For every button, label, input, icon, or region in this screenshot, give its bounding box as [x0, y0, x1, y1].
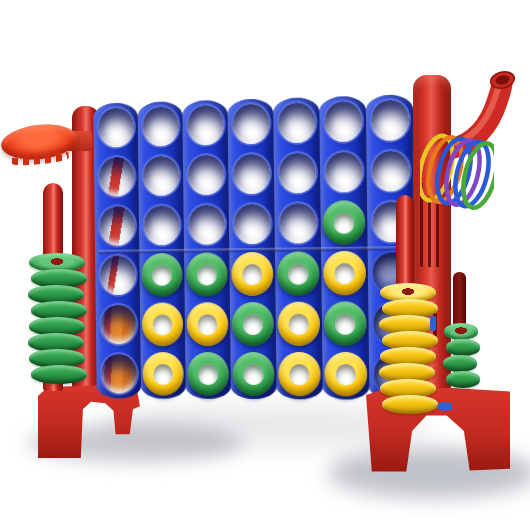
green-ring-disc — [277, 251, 320, 296]
board-cell-c3r4 — [184, 249, 230, 299]
board-cell-c2r3 — [139, 200, 184, 250]
board-cell-c6r5 — [322, 298, 369, 349]
green-ring-disc — [232, 352, 274, 396]
yellow-ring-disc — [278, 352, 321, 396]
board-cell-c4r4 — [229, 249, 275, 299]
yellow-ring-disc — [142, 302, 183, 346]
board-cell-c4r2 — [228, 148, 274, 199]
green-toss-ring — [443, 355, 477, 372]
empty-hole — [278, 153, 316, 194]
board-cell-c1r5 — [96, 300, 141, 349]
board-cell-c2r5 — [140, 299, 185, 349]
yellow-ring-disc — [187, 302, 229, 346]
side-ring-pole — [453, 272, 466, 330]
empty-hole — [233, 154, 270, 195]
board-cell-c2r2 — [138, 151, 183, 201]
green-toss-ring — [31, 365, 87, 384]
board-cell-c4r3 — [229, 199, 275, 250]
yellow-ring-disc — [324, 352, 367, 397]
empty-hole — [232, 104, 269, 145]
board-cell-c2r6 — [140, 349, 185, 399]
board-cell-c4r6 — [230, 349, 276, 399]
board-cell-c4r1 — [227, 98, 273, 149]
board-cell-c3r5 — [185, 299, 231, 349]
green-toss-ring — [446, 339, 480, 356]
board-cell-c7r1 — [366, 94, 414, 146]
empty-hole — [324, 151, 362, 192]
board-cell-c4r5 — [230, 299, 276, 349]
empty-hole — [101, 354, 137, 393]
empty-hole — [100, 305, 136, 345]
empty-hole — [143, 156, 179, 196]
board-cell-c3r3 — [183, 199, 229, 249]
empty-hole — [279, 203, 317, 244]
green-ring-disc — [324, 301, 367, 346]
yellow-ring-disc — [231, 252, 273, 296]
board-cell-c5r6 — [276, 349, 323, 399]
board-cell-c1r4 — [95, 250, 140, 300]
green-ring-disc — [322, 200, 365, 245]
empty-hole — [188, 204, 225, 244]
empty-hole — [143, 205, 179, 245]
empty-hole — [142, 106, 178, 147]
board-cell-c6r1 — [319, 96, 366, 148]
empty-hole — [324, 101, 362, 142]
empty-hole — [187, 155, 224, 196]
green-ring-stack — [29, 253, 85, 384]
empty-hole — [98, 157, 134, 197]
empty-hole — [187, 105, 224, 146]
yellow-ring-disc — [323, 251, 366, 296]
board-cell-c1r6 — [96, 349, 141, 398]
board-cell-c5r3 — [274, 198, 321, 249]
board-cell-c1r1 — [93, 102, 138, 152]
board-cell-c3r1 — [182, 100, 228, 151]
yellow-ring-disc — [278, 302, 321, 346]
product-photo: { "game": "Connect Four (giant jumbo 4-t… — [0, 0, 530, 530]
hanging-toss-rings — [420, 122, 494, 222]
board-cell-c2r4 — [139, 250, 184, 300]
basketball-hoop — [0, 121, 80, 163]
board-cell-c3r2 — [183, 150, 229, 201]
board-cell-c1r2 — [94, 152, 139, 202]
board-cell-c5r2 — [274, 147, 321, 198]
side-green-ring-stack — [444, 323, 478, 388]
empty-hole — [98, 107, 134, 147]
board-cell-c6r6 — [322, 349, 369, 400]
board-cell-c6r4 — [321, 248, 368, 299]
board-cell-c5r5 — [275, 299, 322, 349]
board-cell-c5r4 — [275, 248, 322, 299]
green-ring-disc — [232, 302, 274, 346]
connect-four-playset — [0, 0, 530, 530]
board-cell-c3r6 — [185, 349, 231, 399]
yellow-ring-disc — [142, 352, 183, 396]
blue-latch — [430, 316, 436, 331]
empty-hole — [99, 255, 135, 295]
empty-hole — [99, 206, 135, 246]
empty-hole — [233, 204, 270, 245]
green-toss-ring — [446, 371, 480, 388]
board-cell-c7r2 — [366, 145, 414, 197]
board-cell-c5r1 — [273, 97, 320, 148]
empty-hole — [278, 102, 316, 143]
board-wrap — [93, 94, 416, 399]
empty-hole — [370, 100, 408, 142]
green-ring-disc — [186, 252, 228, 296]
board-cell-c2r1 — [138, 101, 183, 152]
board-cell-c6r3 — [320, 197, 367, 248]
empty-hole — [371, 150, 409, 191]
green-toss-ring — [444, 323, 478, 340]
right-ring-toss-pole — [396, 195, 414, 297]
green-ring-disc — [187, 352, 229, 396]
board-cell-c6r2 — [320, 146, 367, 197]
green-ring-disc — [141, 253, 182, 297]
yellow-toss-ring — [382, 395, 438, 414]
board-cell-c1r3 — [94, 201, 139, 251]
yellow-ring-stack — [380, 283, 436, 414]
